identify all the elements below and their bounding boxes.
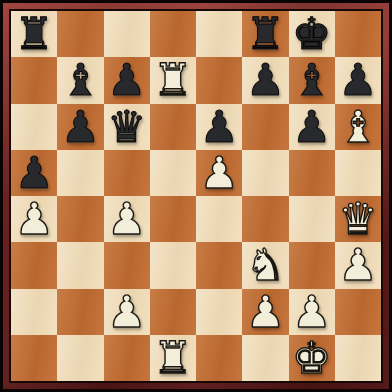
square-e2[interactable] — [196, 289, 242, 335]
square-d4[interactable] — [150, 196, 196, 242]
square-e3[interactable] — [196, 242, 242, 288]
piece-black-pawn[interactable]: ♟ — [199, 104, 238, 150]
square-b8[interactable] — [57, 11, 103, 57]
square-b7[interactable]: ♝ — [57, 57, 103, 103]
piece-white-king[interactable]: ♚ — [292, 335, 331, 381]
square-h7[interactable]: ♟ — [335, 57, 381, 103]
square-d6[interactable] — [150, 104, 196, 150]
square-d8[interactable] — [150, 11, 196, 57]
piece-white-pawn[interactable]: ♟ — [338, 242, 377, 288]
square-g1[interactable]: ♚ — [289, 335, 335, 381]
piece-black-rook[interactable]: ♜ — [14, 11, 53, 57]
square-b2[interactable] — [57, 289, 103, 335]
square-b6[interactable]: ♟ — [57, 104, 103, 150]
square-g2[interactable]: ♟ — [289, 289, 335, 335]
piece-white-pawn[interactable]: ♟ — [246, 289, 285, 335]
square-g3[interactable] — [289, 242, 335, 288]
square-f8[interactable]: ♜ — [242, 11, 288, 57]
square-a7[interactable] — [11, 57, 57, 103]
square-f6[interactable] — [242, 104, 288, 150]
piece-white-bishop[interactable]: ♝ — [338, 104, 377, 150]
piece-black-bishop[interactable]: ♝ — [61, 57, 100, 103]
piece-white-queen[interactable]: ♛ — [338, 196, 377, 242]
piece-white-pawn[interactable]: ♟ — [107, 289, 146, 335]
piece-white-pawn[interactable]: ♟ — [14, 196, 53, 242]
square-f2[interactable]: ♟ — [242, 289, 288, 335]
square-h8[interactable] — [335, 11, 381, 57]
square-f5[interactable] — [242, 150, 288, 196]
square-h4[interactable]: ♛ — [335, 196, 381, 242]
piece-black-queen[interactable]: ♛ — [107, 104, 146, 150]
square-h6[interactable]: ♝ — [335, 104, 381, 150]
square-f7[interactable]: ♟ — [242, 57, 288, 103]
square-a8[interactable]: ♜ — [11, 11, 57, 57]
square-a5[interactable]: ♟ — [11, 150, 57, 196]
square-c7[interactable]: ♟ — [104, 57, 150, 103]
square-e5[interactable]: ♟ — [196, 150, 242, 196]
piece-black-pawn[interactable]: ♟ — [338, 57, 377, 103]
piece-white-pawn[interactable]: ♟ — [199, 150, 238, 196]
square-c6[interactable]: ♛ — [104, 104, 150, 150]
square-f1[interactable] — [242, 335, 288, 381]
square-g6[interactable]: ♟ — [289, 104, 335, 150]
piece-black-bishop[interactable]: ♝ — [292, 57, 331, 103]
square-g5[interactable] — [289, 150, 335, 196]
piece-black-rook[interactable]: ♜ — [246, 11, 285, 57]
square-h5[interactable] — [335, 150, 381, 196]
piece-white-rook[interactable]: ♜ — [153, 335, 192, 381]
square-g4[interactable] — [289, 196, 335, 242]
chess-app: ♜♜♚♝♟♜♟♝♟♟♛♟♟♝♟♟♟♟♛♞♟♟♟♟♜♚ — [0, 0, 392, 392]
square-a1[interactable] — [11, 335, 57, 381]
square-d5[interactable] — [150, 150, 196, 196]
square-a3[interactable] — [11, 242, 57, 288]
square-g8[interactable]: ♚ — [289, 11, 335, 57]
square-c8[interactable] — [104, 11, 150, 57]
piece-white-pawn[interactable]: ♟ — [292, 289, 331, 335]
square-h2[interactable] — [335, 289, 381, 335]
square-c3[interactable] — [104, 242, 150, 288]
square-d1[interactable]: ♜ — [150, 335, 196, 381]
square-d3[interactable] — [150, 242, 196, 288]
square-c2[interactable]: ♟ — [104, 289, 150, 335]
square-c4[interactable]: ♟ — [104, 196, 150, 242]
chessboard: ♜♜♚♝♟♜♟♝♟♟♛♟♟♝♟♟♟♟♛♞♟♟♟♟♜♚ — [9, 9, 383, 383]
square-a2[interactable] — [11, 289, 57, 335]
piece-black-pawn[interactable]: ♟ — [14, 150, 53, 196]
piece-black-pawn[interactable]: ♟ — [61, 104, 100, 150]
piece-black-king[interactable]: ♚ — [292, 11, 331, 57]
square-h3[interactable]: ♟ — [335, 242, 381, 288]
square-e1[interactable] — [196, 335, 242, 381]
square-b4[interactable] — [57, 196, 103, 242]
piece-white-pawn[interactable]: ♟ — [107, 196, 146, 242]
piece-black-pawn[interactable]: ♟ — [292, 104, 331, 150]
piece-black-pawn[interactable]: ♟ — [107, 57, 146, 103]
square-f3[interactable]: ♞ — [242, 242, 288, 288]
square-e8[interactable] — [196, 11, 242, 57]
square-e4[interactable] — [196, 196, 242, 242]
square-b1[interactable] — [57, 335, 103, 381]
square-e7[interactable] — [196, 57, 242, 103]
square-a4[interactable]: ♟ — [11, 196, 57, 242]
square-b3[interactable] — [57, 242, 103, 288]
square-c5[interactable] — [104, 150, 150, 196]
square-e6[interactable]: ♟ — [196, 104, 242, 150]
square-f4[interactable] — [242, 196, 288, 242]
square-b5[interactable] — [57, 150, 103, 196]
square-d2[interactable] — [150, 289, 196, 335]
square-a6[interactable] — [11, 104, 57, 150]
square-h1[interactable] — [335, 335, 381, 381]
square-c1[interactable] — [104, 335, 150, 381]
piece-white-rook[interactable]: ♜ — [153, 57, 192, 103]
square-d7[interactable]: ♜ — [150, 57, 196, 103]
square-g7[interactable]: ♝ — [289, 57, 335, 103]
piece-white-knight[interactable]: ♞ — [246, 242, 285, 288]
piece-black-pawn[interactable]: ♟ — [246, 57, 285, 103]
